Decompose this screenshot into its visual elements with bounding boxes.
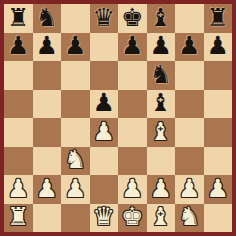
square-a5[interactable] [4,90,33,119]
chess-board-grid: ♜♞♛♚♝♜♟♟♟♟♟♟♟♞♟♝♟♝♞♟♟♟♟♟♟♟♜♛♚♝♞ [4,4,232,232]
square-a2[interactable]: ♟ [4,175,33,204]
square-f5[interactable]: ♝ [147,90,176,119]
white-knight-c3[interactable]: ♞ [64,147,86,172]
black-pawn-a7[interactable]: ♟ [7,33,29,58]
square-d6[interactable] [90,61,119,90]
square-f2[interactable]: ♟ [147,175,176,204]
white-pawn-h2[interactable]: ♟ [207,176,229,201]
square-g3[interactable] [175,147,204,176]
square-c2[interactable]: ♟ [61,175,90,204]
white-knight-g1[interactable]: ♞ [178,204,200,229]
square-a7[interactable]: ♟ [4,33,33,62]
square-b7[interactable]: ♟ [33,33,62,62]
black-pawn-d5[interactable]: ♟ [93,90,115,115]
black-pawn-f7[interactable]: ♟ [150,33,172,58]
black-queen-d8[interactable]: ♛ [93,5,115,30]
square-f6[interactable]: ♞ [147,61,176,90]
square-b2[interactable]: ♟ [33,175,62,204]
square-c7[interactable]: ♟ [61,33,90,62]
square-h7[interactable]: ♟ [204,33,233,62]
square-b4[interactable] [33,118,62,147]
square-a6[interactable] [4,61,33,90]
white-bishop-f4[interactable]: ♝ [150,119,172,144]
square-b5[interactable] [33,90,62,119]
square-e5[interactable] [118,90,147,119]
square-d1[interactable]: ♛ [90,204,119,233]
square-h6[interactable] [204,61,233,90]
white-pawn-g2[interactable]: ♟ [178,176,200,201]
square-f4[interactable]: ♝ [147,118,176,147]
square-d4[interactable]: ♟ [90,118,119,147]
square-e1[interactable]: ♚ [118,204,147,233]
square-a8[interactable]: ♜ [4,4,33,33]
white-pawn-e2[interactable]: ♟ [121,176,143,201]
square-c6[interactable] [61,61,90,90]
square-h2[interactable]: ♟ [204,175,233,204]
square-b1[interactable] [33,204,62,233]
white-pawn-d4[interactable]: ♟ [93,119,115,144]
black-pawn-g7[interactable]: ♟ [178,33,200,58]
square-d7[interactable] [90,33,119,62]
square-c5[interactable] [61,90,90,119]
square-g1[interactable]: ♞ [175,204,204,233]
square-e3[interactable] [118,147,147,176]
square-d3[interactable] [90,147,119,176]
white-pawn-c2[interactable]: ♟ [64,176,86,201]
square-f1[interactable]: ♝ [147,204,176,233]
square-a1[interactable]: ♜ [4,204,33,233]
square-d2[interactable] [90,175,119,204]
white-pawn-f2[interactable]: ♟ [150,176,172,201]
square-g7[interactable]: ♟ [175,33,204,62]
square-a3[interactable] [4,147,33,176]
square-h4[interactable] [204,118,233,147]
square-h5[interactable] [204,90,233,119]
black-pawn-h7[interactable]: ♟ [207,33,229,58]
square-e2[interactable]: ♟ [118,175,147,204]
square-h8[interactable]: ♜ [204,4,233,33]
black-pawn-c7[interactable]: ♟ [64,33,86,58]
square-e8[interactable]: ♚ [118,4,147,33]
square-e6[interactable] [118,61,147,90]
square-f7[interactable]: ♟ [147,33,176,62]
square-b3[interactable] [33,147,62,176]
square-g8[interactable] [175,4,204,33]
square-d8[interactable]: ♛ [90,4,119,33]
square-b8[interactable]: ♞ [33,4,62,33]
square-g6[interactable] [175,61,204,90]
square-b6[interactable] [33,61,62,90]
black-knight-b8[interactable]: ♞ [36,5,58,30]
white-pawn-b2[interactable]: ♟ [36,176,58,201]
square-h1[interactable] [204,204,233,233]
black-rook-a8[interactable]: ♜ [7,5,29,30]
black-knight-f6[interactable]: ♞ [150,62,172,87]
black-bishop-f8[interactable]: ♝ [150,5,172,30]
chess-board: ♜♞♛♚♝♜♟♟♟♟♟♟♟♞♟♝♟♝♞♟♟♟♟♟♟♟♜♛♚♝♞ [0,0,236,236]
black-pawn-b7[interactable]: ♟ [36,33,58,58]
square-e4[interactable] [118,118,147,147]
square-h3[interactable] [204,147,233,176]
square-c3[interactable]: ♞ [61,147,90,176]
square-c1[interactable] [61,204,90,233]
white-rook-a1[interactable]: ♜ [7,204,29,229]
square-c4[interactable] [61,118,90,147]
black-king-e8[interactable]: ♚ [121,5,143,30]
square-a4[interactable] [4,118,33,147]
white-pawn-a2[interactable]: ♟ [7,176,29,201]
black-bishop-f5[interactable]: ♝ [150,90,172,115]
square-c8[interactable] [61,4,90,33]
square-d5[interactable]: ♟ [90,90,119,119]
square-e7[interactable]: ♟ [118,33,147,62]
square-f8[interactable]: ♝ [147,4,176,33]
square-g2[interactable]: ♟ [175,175,204,204]
black-pawn-e7[interactable]: ♟ [121,33,143,58]
white-king-e1[interactable]: ♚ [121,204,143,229]
white-queen-d1[interactable]: ♛ [93,204,115,229]
white-bishop-f1[interactable]: ♝ [150,204,172,229]
square-g4[interactable] [175,118,204,147]
square-g5[interactable] [175,90,204,119]
black-rook-h8[interactable]: ♜ [207,5,229,30]
square-f3[interactable] [147,147,176,176]
